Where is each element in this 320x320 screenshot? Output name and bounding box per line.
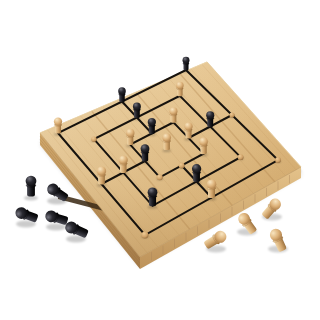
peg-white-g4[interactable] <box>207 179 217 198</box>
peg-black-c4[interactable] <box>148 118 156 134</box>
peg-black-f2[interactable] <box>148 187 158 206</box>
peg-shadow <box>46 224 66 231</box>
peg-black-a4[interactable] <box>118 87 126 102</box>
peg-white-c3[interactable] <box>126 129 135 145</box>
peg-white-a1[interactable] <box>54 117 62 133</box>
peg-white-d1[interactable] <box>97 166 106 184</box>
peg-white-center[interactable] <box>162 133 171 150</box>
board-scene <box>0 0 320 320</box>
loose-peg-black-1[interactable] <box>26 176 37 197</box>
peg-white-b6[interactable] <box>176 82 184 97</box>
peg-black-d3[interactable] <box>141 144 150 161</box>
peg-shadow <box>183 70 190 72</box>
peg-white-e5[interactable] <box>199 137 208 154</box>
peg-black-f4[interactable] <box>192 164 201 182</box>
peg-white-d5[interactable] <box>184 122 192 138</box>
peg-black-b4[interactable] <box>133 103 141 118</box>
peg-white-d2[interactable] <box>119 155 128 173</box>
peg-black-d6[interactable] <box>206 111 214 127</box>
peg-black-a7[interactable] <box>183 57 190 71</box>
morris-board-photo: Wooden Nine Men's Morris (Muehle) peg bo… <box>0 0 320 320</box>
peg-white-c5[interactable] <box>169 107 177 123</box>
